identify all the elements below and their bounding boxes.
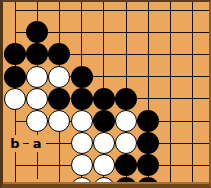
board-cell (26, 21, 48, 43)
board-cell (48, 21, 70, 43)
black-stone (71, 66, 93, 88)
board-cell (115, 65, 137, 87)
board-cell (137, 65, 159, 87)
board-cell (159, 21, 181, 43)
white-stone (115, 110, 137, 132)
black-stone (26, 43, 48, 65)
board-cell (70, 2, 92, 21)
board-cell (4, 110, 26, 132)
board-cell (115, 43, 137, 65)
board-cell (48, 88, 70, 110)
black-stone (4, 66, 26, 88)
board-cell (159, 43, 181, 65)
board-cell (48, 132, 70, 154)
board-cell (70, 132, 92, 154)
white-stone (26, 66, 48, 88)
board-cell (93, 65, 115, 87)
white-stone (71, 110, 93, 132)
board-cell (70, 110, 92, 132)
frame-bevel-highlight (3, 182, 209, 184)
board-cell (115, 132, 137, 154)
board-cell (48, 110, 70, 132)
board-cell (26, 65, 48, 87)
white-stone (26, 110, 48, 132)
board-cell (26, 154, 48, 176)
board-cell (93, 43, 115, 65)
board-cell (4, 2, 26, 21)
board-cell (93, 88, 115, 110)
board-cell (4, 43, 26, 65)
board-cell (26, 43, 48, 65)
board-cell (93, 110, 115, 132)
board-cell (93, 154, 115, 176)
board-cell (70, 154, 92, 176)
white-stone (115, 132, 137, 154)
white-stone (93, 154, 115, 176)
board-cell (181, 154, 203, 176)
black-stone (93, 110, 115, 132)
board-cell (181, 2, 203, 21)
board-cell (159, 154, 181, 176)
white-stone (4, 88, 26, 110)
board-cell (137, 2, 159, 21)
board-cell (93, 132, 115, 154)
board-cell (26, 110, 48, 132)
board-cell (137, 21, 159, 43)
board-cell (93, 2, 115, 21)
black-stone (137, 132, 159, 154)
board-cell: b (4, 132, 26, 154)
board-cell (159, 110, 181, 132)
board-cell (48, 2, 70, 21)
go-board: bac (3, 2, 209, 184)
point-label-b: b (6, 135, 23, 152)
white-stone (71, 154, 93, 176)
board-cell (115, 110, 137, 132)
board-cell (115, 154, 137, 176)
board-cell (4, 65, 26, 87)
board-cell (159, 2, 181, 21)
white-stone (26, 88, 48, 110)
board-cell (4, 154, 26, 176)
board-cell (181, 110, 203, 132)
board-cell (137, 43, 159, 65)
black-stone (4, 43, 26, 65)
white-stone (48, 66, 70, 88)
board-cell (70, 43, 92, 65)
board-cell: a (26, 132, 48, 154)
board-cell (4, 88, 26, 110)
board-cell (115, 2, 137, 21)
black-stone (115, 88, 137, 110)
board-cell (115, 21, 137, 43)
board-cell (181, 21, 203, 43)
board-cell (70, 65, 92, 87)
board-cell (159, 88, 181, 110)
board-cell (159, 132, 181, 154)
black-stone (93, 88, 115, 110)
black-stone (48, 88, 70, 110)
black-stone (26, 21, 48, 43)
board-cell (137, 132, 159, 154)
black-stone (71, 88, 93, 110)
board-cell (4, 21, 26, 43)
board-cell (181, 132, 203, 154)
go-diagram: bac (0, 0, 211, 188)
board-cell (26, 2, 48, 21)
black-stone (137, 110, 159, 132)
board-cell (70, 21, 92, 43)
point-label-a: a (29, 135, 46, 152)
board-cell (93, 21, 115, 43)
board-cell (70, 88, 92, 110)
board-cell (48, 43, 70, 65)
black-stone (48, 43, 70, 65)
board-cell (137, 110, 159, 132)
white-stone (71, 132, 93, 154)
board-cell (115, 88, 137, 110)
board-cell (159, 65, 181, 87)
white-stone (93, 132, 115, 154)
board-cell (181, 65, 203, 87)
black-stone (115, 154, 137, 176)
board-cell (137, 88, 159, 110)
board-cell (181, 88, 203, 110)
board-cell (181, 43, 203, 65)
board-cell (137, 154, 159, 176)
black-stone (137, 154, 159, 176)
white-stone (48, 110, 70, 132)
board-cell (48, 154, 70, 176)
board-cell (48, 65, 70, 87)
board-cell (26, 88, 48, 110)
board-grid: bac (4, 2, 204, 184)
